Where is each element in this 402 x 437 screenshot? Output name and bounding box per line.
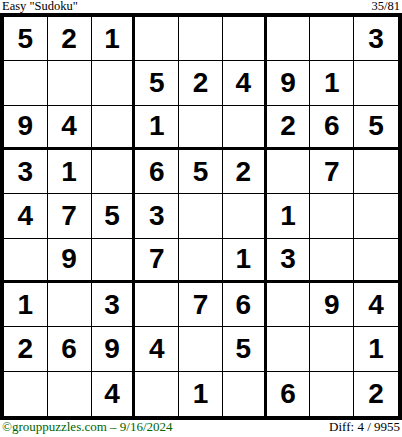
cell-r1c5[interactable] xyxy=(179,17,223,61)
cell-r8c9[interactable]: 1 xyxy=(354,327,398,371)
cell-r4c6[interactable]: 2 xyxy=(223,150,267,194)
cell-counter: 35/81 xyxy=(372,0,400,13)
header: Easy "Sudoku" 35/81 xyxy=(0,0,402,13)
cell-r2c3[interactable] xyxy=(92,61,136,105)
cell-r5c7[interactable]: 1 xyxy=(267,194,311,238)
cell-r4c5[interactable]: 5 xyxy=(179,150,223,194)
cell-r1c3[interactable]: 1 xyxy=(92,17,136,61)
cell-r7c9[interactable]: 4 xyxy=(354,283,398,327)
cell-r1c7[interactable] xyxy=(267,17,311,61)
cell-r9c6[interactable] xyxy=(223,372,267,416)
cell-r8c2[interactable]: 6 xyxy=(48,327,92,371)
cell-r4c3[interactable] xyxy=(92,150,136,194)
cell-r6c2[interactable]: 9 xyxy=(48,239,92,283)
cell-r8c5[interactable] xyxy=(179,327,223,371)
cell-r7c2[interactable] xyxy=(48,283,92,327)
sudoku-board: 5213524919412653165274753197131376942694… xyxy=(0,13,402,420)
cell-r6c8[interactable] xyxy=(310,239,354,283)
copyright-text: ©grouppuzzles.com – 9/16/2024 xyxy=(2,419,173,435)
cell-r4c1[interactable]: 3 xyxy=(4,150,48,194)
cell-r9c7[interactable]: 6 xyxy=(267,372,311,416)
cell-r3c2[interactable]: 4 xyxy=(48,106,92,150)
cell-r8c7[interactable] xyxy=(267,327,311,371)
cell-r5c2[interactable]: 7 xyxy=(48,194,92,238)
cell-r1c6[interactable] xyxy=(223,17,267,61)
cell-r9c3[interactable]: 4 xyxy=(92,372,136,416)
cell-r5c6[interactable] xyxy=(223,194,267,238)
cell-r8c3[interactable]: 9 xyxy=(92,327,136,371)
cell-r4c2[interactable]: 1 xyxy=(48,150,92,194)
cell-r5c8[interactable] xyxy=(310,194,354,238)
cell-r3c7[interactable]: 2 xyxy=(267,106,311,150)
cell-r2c8[interactable]: 1 xyxy=(310,61,354,105)
cell-r5c5[interactable] xyxy=(179,194,223,238)
cell-r9c8[interactable] xyxy=(310,372,354,416)
cell-r3c8[interactable]: 6 xyxy=(310,106,354,150)
cell-r4c7[interactable] xyxy=(267,150,311,194)
cell-r3c5[interactable] xyxy=(179,106,223,150)
cell-r8c1[interactable]: 2 xyxy=(4,327,48,371)
cell-r5c4[interactable]: 3 xyxy=(135,194,179,238)
cell-r6c1[interactable] xyxy=(4,239,48,283)
cell-r6c5[interactable] xyxy=(179,239,223,283)
cell-r5c1[interactable]: 4 xyxy=(4,194,48,238)
cell-r7c7[interactable] xyxy=(267,283,311,327)
cell-r6c9[interactable] xyxy=(354,239,398,283)
cell-r3c4[interactable]: 1 xyxy=(135,106,179,150)
cell-r7c6[interactable]: 6 xyxy=(223,283,267,327)
cell-r2c6[interactable]: 4 xyxy=(223,61,267,105)
cell-r2c9[interactable] xyxy=(354,61,398,105)
footer: ©grouppuzzles.com – 9/16/2024 Diff: 4 / … xyxy=(0,420,402,437)
cell-r9c2[interactable] xyxy=(48,372,92,416)
cell-r6c7[interactable]: 3 xyxy=(267,239,311,283)
cell-r9c5[interactable]: 1 xyxy=(179,372,223,416)
cell-r9c1[interactable] xyxy=(4,372,48,416)
cell-r2c2[interactable] xyxy=(48,61,92,105)
cell-r2c5[interactable]: 2 xyxy=(179,61,223,105)
cell-r6c4[interactable]: 7 xyxy=(135,239,179,283)
cell-r3c9[interactable]: 5 xyxy=(354,106,398,150)
cell-r4c8[interactable]: 7 xyxy=(310,150,354,194)
cell-r8c4[interactable]: 4 xyxy=(135,327,179,371)
cell-r9c9[interactable]: 2 xyxy=(354,372,398,416)
cell-r4c9[interactable] xyxy=(354,150,398,194)
cell-r5c9[interactable] xyxy=(354,194,398,238)
cell-r4c4[interactable]: 6 xyxy=(135,150,179,194)
cell-r7c8[interactable]: 9 xyxy=(310,283,354,327)
cell-r7c4[interactable] xyxy=(135,283,179,327)
cell-r3c6[interactable] xyxy=(223,106,267,150)
cell-r3c1[interactable]: 9 xyxy=(4,106,48,150)
puzzle-title: Easy "Sudoku" xyxy=(2,0,78,13)
cell-r1c1[interactable]: 5 xyxy=(4,17,48,61)
cell-r1c4[interactable] xyxy=(135,17,179,61)
cell-r3c3[interactable] xyxy=(92,106,136,150)
cell-r1c9[interactable]: 3 xyxy=(354,17,398,61)
cell-r6c6[interactable]: 1 xyxy=(223,239,267,283)
cell-r6c3[interactable] xyxy=(92,239,136,283)
cell-r1c2[interactable]: 2 xyxy=(48,17,92,61)
cell-r9c4[interactable] xyxy=(135,372,179,416)
cell-r7c3[interactable]: 3 xyxy=(92,283,136,327)
cell-r2c4[interactable]: 5 xyxy=(135,61,179,105)
cell-r2c1[interactable] xyxy=(4,61,48,105)
cell-r1c8[interactable] xyxy=(310,17,354,61)
cell-r7c1[interactable]: 1 xyxy=(4,283,48,327)
cell-r5c3[interactable]: 5 xyxy=(92,194,136,238)
cell-r8c6[interactable]: 5 xyxy=(223,327,267,371)
cell-r8c8[interactable] xyxy=(310,327,354,371)
cell-r2c7[interactable]: 9 xyxy=(267,61,311,105)
difficulty-text: Diff: 4 / 9955 xyxy=(329,419,400,435)
cell-r7c5[interactable]: 7 xyxy=(179,283,223,327)
